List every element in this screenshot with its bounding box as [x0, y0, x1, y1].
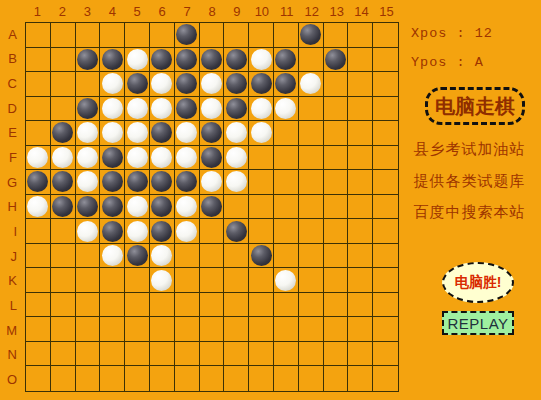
- cell-N12[interactable]: [299, 342, 324, 367]
- cell-M5[interactable]: [125, 317, 150, 342]
- cell-D4[interactable]: [100, 97, 125, 122]
- cell-C9[interactable]: [224, 72, 249, 97]
- cell-F11[interactable]: [274, 146, 299, 171]
- cell-F2[interactable]: [51, 146, 76, 171]
- cell-C12[interactable]: [299, 72, 324, 97]
- cell-J12[interactable]: [299, 244, 324, 269]
- cell-O6[interactable]: [150, 366, 175, 391]
- cell-K15[interactable]: [373, 268, 398, 293]
- cell-L12[interactable]: [299, 293, 324, 318]
- cell-G10[interactable]: [249, 170, 274, 195]
- black-stone: [251, 245, 272, 266]
- cell-L7[interactable]: [175, 293, 200, 318]
- white-stone: [201, 171, 222, 192]
- cell-O7[interactable]: [175, 366, 200, 391]
- cell-J6[interactable]: [150, 244, 175, 269]
- cell-A14[interactable]: [348, 23, 373, 48]
- cell-K3[interactable]: [76, 268, 101, 293]
- column-labels: 123456789101112131415: [25, 0, 399, 21]
- cell-C7[interactable]: [175, 72, 200, 97]
- cell-H11[interactable]: [274, 195, 299, 220]
- white-stone: [251, 49, 272, 70]
- cell-O8[interactable]: [200, 366, 225, 391]
- cell-M15[interactable]: [373, 317, 398, 342]
- cell-E3[interactable]: [76, 121, 101, 146]
- cell-E15[interactable]: [373, 121, 398, 146]
- cell-G9[interactable]: [224, 170, 249, 195]
- col-label-9: 9: [224, 0, 249, 21]
- cell-D9[interactable]: [224, 97, 249, 122]
- cell-O11[interactable]: [274, 366, 299, 391]
- cell-J14[interactable]: [348, 244, 373, 269]
- cell-B15[interactable]: [373, 48, 398, 73]
- cell-N15[interactable]: [373, 342, 398, 367]
- cell-O4[interactable]: [100, 366, 125, 391]
- cell-G4[interactable]: [100, 170, 125, 195]
- cell-N5[interactable]: [125, 342, 150, 367]
- cell-H7[interactable]: [175, 195, 200, 220]
- col-label-4: 4: [100, 0, 125, 21]
- black-stone: [151, 221, 172, 242]
- cell-E13[interactable]: [324, 121, 349, 146]
- cell-I7[interactable]: [175, 219, 200, 244]
- cell-H4[interactable]: [100, 195, 125, 220]
- cell-B11[interactable]: [274, 48, 299, 73]
- cell-G6[interactable]: [150, 170, 175, 195]
- cell-D8[interactable]: [200, 97, 225, 122]
- col-label-14: 14: [349, 0, 374, 21]
- white-stone: [102, 98, 123, 119]
- cell-M14[interactable]: [348, 317, 373, 342]
- white-stone: [102, 122, 123, 143]
- cell-L3[interactable]: [76, 293, 101, 318]
- cell-D15[interactable]: [373, 97, 398, 122]
- cell-E14[interactable]: [348, 121, 373, 146]
- cell-L2[interactable]: [51, 293, 76, 318]
- cell-K4[interactable]: [100, 268, 125, 293]
- cell-J9[interactable]: [224, 244, 249, 269]
- cell-L15[interactable]: [373, 293, 398, 318]
- cell-M6[interactable]: [150, 317, 175, 342]
- cell-O1[interactable]: [26, 366, 51, 391]
- cell-H5[interactable]: [125, 195, 150, 220]
- cell-K14[interactable]: [348, 268, 373, 293]
- cell-A12[interactable]: [299, 23, 324, 48]
- cell-L8[interactable]: [200, 293, 225, 318]
- side-panel: Xpos : 12 Ypos : A 电脑走棋 县乡考试加油站 提供各类试题库 …: [398, 0, 541, 400]
- cell-M1[interactable]: [26, 317, 51, 342]
- cell-B10[interactable]: [249, 48, 274, 73]
- cell-A8[interactable]: [200, 23, 225, 48]
- cell-J8[interactable]: [200, 244, 225, 269]
- cell-A4[interactable]: [100, 23, 125, 48]
- cell-E7[interactable]: [175, 121, 200, 146]
- cell-D13[interactable]: [324, 97, 349, 122]
- cell-B2[interactable]: [51, 48, 76, 73]
- cell-C13[interactable]: [324, 72, 349, 97]
- cell-I2[interactable]: [51, 219, 76, 244]
- cell-G12[interactable]: [299, 170, 324, 195]
- cell-B12[interactable]: [299, 48, 324, 73]
- cell-B8[interactable]: [200, 48, 225, 73]
- promo-line-3: 百度中搜索本站: [398, 203, 541, 222]
- cell-H9[interactable]: [224, 195, 249, 220]
- cell-M13[interactable]: [324, 317, 349, 342]
- col-label-6: 6: [150, 0, 175, 21]
- cell-N3[interactable]: [76, 342, 101, 367]
- cell-A6[interactable]: [150, 23, 175, 48]
- row-label-N: N: [0, 343, 24, 368]
- cell-F8[interactable]: [200, 146, 225, 171]
- cell-H12[interactable]: [299, 195, 324, 220]
- cell-O10[interactable]: [249, 366, 274, 391]
- cell-A9[interactable]: [224, 23, 249, 48]
- cell-I10[interactable]: [249, 219, 274, 244]
- cell-B3[interactable]: [76, 48, 101, 73]
- cell-N14[interactable]: [348, 342, 373, 367]
- col-label-1: 1: [25, 0, 50, 21]
- col-label-15: 15: [374, 0, 399, 21]
- row-label-B: B: [0, 47, 24, 72]
- cell-K5[interactable]: [125, 268, 150, 293]
- cell-C2[interactable]: [51, 72, 76, 97]
- white-stone: [176, 196, 197, 217]
- cell-K10[interactable]: [249, 268, 274, 293]
- cell-I1[interactable]: [26, 219, 51, 244]
- cell-D10[interactable]: [249, 97, 274, 122]
- cell-N9[interactable]: [224, 342, 249, 367]
- cell-C6[interactable]: [150, 72, 175, 97]
- cell-O14[interactable]: [348, 366, 373, 391]
- cell-J10[interactable]: [249, 244, 274, 269]
- computer-move-button[interactable]: 电脑走棋: [425, 87, 525, 125]
- black-stone: [102, 49, 123, 70]
- black-stone: [102, 196, 123, 217]
- black-stone: [151, 49, 172, 70]
- cell-D2[interactable]: [51, 97, 76, 122]
- black-stone: [201, 147, 222, 168]
- white-stone: [251, 98, 272, 119]
- cell-D12[interactable]: [299, 97, 324, 122]
- cell-F15[interactable]: [373, 146, 398, 171]
- cell-F1[interactable]: [26, 146, 51, 171]
- cell-E12[interactable]: [299, 121, 324, 146]
- white-stone: [102, 245, 123, 266]
- cell-M12[interactable]: [299, 317, 324, 342]
- cell-C3[interactable]: [76, 72, 101, 97]
- black-stone: [176, 24, 197, 45]
- black-stone: [251, 73, 272, 94]
- cell-D1[interactable]: [26, 97, 51, 122]
- cell-I6[interactable]: [150, 219, 175, 244]
- cell-K9[interactable]: [224, 268, 249, 293]
- result-badge: 电脑胜!: [442, 262, 514, 303]
- cell-C1[interactable]: [26, 72, 51, 97]
- row-label-M: M: [0, 318, 24, 343]
- cell-F14[interactable]: [348, 146, 373, 171]
- black-stone: [127, 73, 148, 94]
- cell-K1[interactable]: [26, 268, 51, 293]
- black-stone: [52, 171, 73, 192]
- black-stone: [151, 196, 172, 217]
- cell-A11[interactable]: [274, 23, 299, 48]
- cell-I8[interactable]: [200, 219, 225, 244]
- cell-H14[interactable]: [348, 195, 373, 220]
- replay-button[interactable]: REPLAY: [442, 311, 514, 335]
- cell-E5[interactable]: [125, 121, 150, 146]
- cell-M8[interactable]: [200, 317, 225, 342]
- cell-C5[interactable]: [125, 72, 150, 97]
- cell-H6[interactable]: [150, 195, 175, 220]
- black-stone: [77, 196, 98, 217]
- cell-F7[interactable]: [175, 146, 200, 171]
- cell-C15[interactable]: [373, 72, 398, 97]
- cell-N7[interactable]: [175, 342, 200, 367]
- cell-H2[interactable]: [51, 195, 76, 220]
- cell-C11[interactable]: [274, 72, 299, 97]
- cell-G11[interactable]: [274, 170, 299, 195]
- cell-B9[interactable]: [224, 48, 249, 73]
- cell-M10[interactable]: [249, 317, 274, 342]
- cell-J11[interactable]: [274, 244, 299, 269]
- row-label-G: G: [0, 170, 24, 195]
- cell-A15[interactable]: [373, 23, 398, 48]
- cell-I14[interactable]: [348, 219, 373, 244]
- cell-D11[interactable]: [274, 97, 299, 122]
- cell-J3[interactable]: [76, 244, 101, 269]
- cell-N10[interactable]: [249, 342, 274, 367]
- cell-E2[interactable]: [51, 121, 76, 146]
- cell-L14[interactable]: [348, 293, 373, 318]
- cell-K7[interactable]: [175, 268, 200, 293]
- col-label-2: 2: [50, 0, 75, 21]
- black-stone: [226, 73, 247, 94]
- cell-A10[interactable]: [249, 23, 274, 48]
- cell-F5[interactable]: [125, 146, 150, 171]
- cell-M7[interactable]: [175, 317, 200, 342]
- cell-G7[interactable]: [175, 170, 200, 195]
- cell-E8[interactable]: [200, 121, 225, 146]
- cell-M3[interactable]: [76, 317, 101, 342]
- white-stone: [176, 147, 197, 168]
- cell-L13[interactable]: [324, 293, 349, 318]
- cell-F13[interactable]: [324, 146, 349, 171]
- cell-B1[interactable]: [26, 48, 51, 73]
- cell-L1[interactable]: [26, 293, 51, 318]
- cell-E11[interactable]: [274, 121, 299, 146]
- cell-J7[interactable]: [175, 244, 200, 269]
- cell-A7[interactable]: [175, 23, 200, 48]
- black-stone: [201, 49, 222, 70]
- cell-N4[interactable]: [100, 342, 125, 367]
- white-stone: [151, 245, 172, 266]
- cell-O13[interactable]: [324, 366, 349, 391]
- cell-N2[interactable]: [51, 342, 76, 367]
- cell-L5[interactable]: [125, 293, 150, 318]
- black-stone: [127, 245, 148, 266]
- black-stone: [52, 196, 73, 217]
- cell-B14[interactable]: [348, 48, 373, 73]
- white-stone: [226, 171, 247, 192]
- cell-M11[interactable]: [274, 317, 299, 342]
- cell-N6[interactable]: [150, 342, 175, 367]
- cell-C8[interactable]: [200, 72, 225, 97]
- cell-J4[interactable]: [100, 244, 125, 269]
- cell-O2[interactable]: [51, 366, 76, 391]
- row-label-J: J: [0, 244, 24, 269]
- cell-N13[interactable]: [324, 342, 349, 367]
- cell-E4[interactable]: [100, 121, 125, 146]
- cell-G1[interactable]: [26, 170, 51, 195]
- cell-F6[interactable]: [150, 146, 175, 171]
- white-stone: [27, 147, 48, 168]
- cell-H13[interactable]: [324, 195, 349, 220]
- cell-K6[interactable]: [150, 268, 175, 293]
- cell-I3[interactable]: [76, 219, 101, 244]
- cell-F3[interactable]: [76, 146, 101, 171]
- cell-L4[interactable]: [100, 293, 125, 318]
- cell-D7[interactable]: [175, 97, 200, 122]
- cell-J2[interactable]: [51, 244, 76, 269]
- promo-line-1: 县乡考试加油站: [398, 140, 541, 159]
- cell-L11[interactable]: [274, 293, 299, 318]
- white-stone: [201, 98, 222, 119]
- cell-B13[interactable]: [324, 48, 349, 73]
- cell-K11[interactable]: [274, 268, 299, 293]
- cell-C10[interactable]: [249, 72, 274, 97]
- white-stone: [176, 221, 197, 242]
- cell-O9[interactable]: [224, 366, 249, 391]
- cell-A2[interactable]: [51, 23, 76, 48]
- cell-A5[interactable]: [125, 23, 150, 48]
- cell-B7[interactable]: [175, 48, 200, 73]
- cell-H3[interactable]: [76, 195, 101, 220]
- cell-B4[interactable]: [100, 48, 125, 73]
- cell-G3[interactable]: [76, 170, 101, 195]
- ypos-readout: Ypos : A: [411, 55, 484, 70]
- cell-I9[interactable]: [224, 219, 249, 244]
- white-stone: [251, 122, 272, 143]
- black-stone: [226, 49, 247, 70]
- cell-J5[interactable]: [125, 244, 150, 269]
- cell-D6[interactable]: [150, 97, 175, 122]
- cell-A13[interactable]: [324, 23, 349, 48]
- cell-A1[interactable]: [26, 23, 51, 48]
- cell-I15[interactable]: [373, 219, 398, 244]
- cell-K2[interactable]: [51, 268, 76, 293]
- col-label-3: 3: [75, 0, 100, 21]
- row-label-C: C: [0, 71, 24, 96]
- white-stone: [127, 147, 148, 168]
- xpos-readout: Xpos : 12: [411, 26, 493, 41]
- cell-D3[interactable]: [76, 97, 101, 122]
- cell-O3[interactable]: [76, 366, 101, 391]
- black-stone: [325, 49, 346, 70]
- cell-H8[interactable]: [200, 195, 225, 220]
- cell-I5[interactable]: [125, 219, 150, 244]
- cell-G2[interactable]: [51, 170, 76, 195]
- cell-O5[interactable]: [125, 366, 150, 391]
- cell-E10[interactable]: [249, 121, 274, 146]
- cell-M2[interactable]: [51, 317, 76, 342]
- black-stone: [52, 122, 73, 143]
- cell-G13[interactable]: [324, 170, 349, 195]
- cell-L10[interactable]: [249, 293, 274, 318]
- cell-I4[interactable]: [100, 219, 125, 244]
- black-stone: [77, 49, 98, 70]
- cell-F4[interactable]: [100, 146, 125, 171]
- black-stone: [226, 221, 247, 242]
- black-stone: [226, 98, 247, 119]
- black-stone: [77, 98, 98, 119]
- cell-E9[interactable]: [224, 121, 249, 146]
- cell-O15[interactable]: [373, 366, 398, 391]
- row-label-K: K: [0, 269, 24, 294]
- cell-C4[interactable]: [100, 72, 125, 97]
- cell-L9[interactable]: [224, 293, 249, 318]
- cell-K8[interactable]: [200, 268, 225, 293]
- cell-I11[interactable]: [274, 219, 299, 244]
- row-label-E: E: [0, 121, 24, 146]
- cell-N8[interactable]: [200, 342, 225, 367]
- white-stone: [151, 73, 172, 94]
- cell-L6[interactable]: [150, 293, 175, 318]
- cell-J15[interactable]: [373, 244, 398, 269]
- cell-G5[interactable]: [125, 170, 150, 195]
- cell-I13[interactable]: [324, 219, 349, 244]
- black-stone: [27, 171, 48, 192]
- white-stone: [201, 73, 222, 94]
- cell-E6[interactable]: [150, 121, 175, 146]
- cell-K12[interactable]: [299, 268, 324, 293]
- cell-I12[interactable]: [299, 219, 324, 244]
- cell-N1[interactable]: [26, 342, 51, 367]
- cell-M4[interactable]: [100, 317, 125, 342]
- cell-F9[interactable]: [224, 146, 249, 171]
- black-stone: [102, 221, 123, 242]
- cell-E1[interactable]: [26, 121, 51, 146]
- cell-J1[interactable]: [26, 244, 51, 269]
- cell-B6[interactable]: [150, 48, 175, 73]
- cell-D5[interactable]: [125, 97, 150, 122]
- white-stone: [300, 73, 321, 94]
- row-label-O: O: [0, 367, 24, 392]
- cell-H10[interactable]: [249, 195, 274, 220]
- white-stone: [151, 147, 172, 168]
- white-stone: [77, 122, 98, 143]
- cell-C14[interactable]: [348, 72, 373, 97]
- cell-F12[interactable]: [299, 146, 324, 171]
- cell-D14[interactable]: [348, 97, 373, 122]
- cell-A3[interactable]: [76, 23, 101, 48]
- cell-H15[interactable]: [373, 195, 398, 220]
- cell-K13[interactable]: [324, 268, 349, 293]
- cell-M9[interactable]: [224, 317, 249, 342]
- white-stone: [127, 98, 148, 119]
- row-labels: ABCDEFGHIJKLMNO: [0, 22, 24, 392]
- cell-G15[interactable]: [373, 170, 398, 195]
- cell-F10[interactable]: [249, 146, 274, 171]
- white-stone: [127, 122, 148, 143]
- cell-G14[interactable]: [348, 170, 373, 195]
- col-label-5: 5: [125, 0, 150, 21]
- cell-J13[interactable]: [324, 244, 349, 269]
- cell-N11[interactable]: [274, 342, 299, 367]
- cell-B5[interactable]: [125, 48, 150, 73]
- cell-H1[interactable]: [26, 195, 51, 220]
- cell-O12[interactable]: [299, 366, 324, 391]
- cell-G8[interactable]: [200, 170, 225, 195]
